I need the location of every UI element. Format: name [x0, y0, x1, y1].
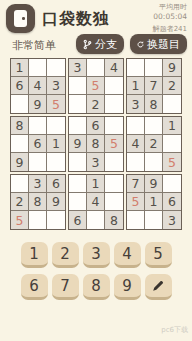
cell-r7c7[interactable]: 7	[127, 175, 145, 193]
cell-r1c7[interactable]	[127, 59, 145, 77]
refresh-icon	[137, 39, 144, 50]
cell-r8c5[interactable]: 4	[87, 193, 105, 211]
cell-r1c3[interactable]	[47, 59, 65, 77]
difficulty-label: 非常简单	[12, 38, 56, 53]
cell-r2c2[interactable]: 4	[29, 77, 47, 95]
cell-r7c4[interactable]	[69, 175, 87, 193]
cell-r8c7[interactable]: 5	[127, 193, 145, 211]
cell-r1c9[interactable]: 9	[163, 59, 181, 77]
cell-r5c4[interactable]: 9	[69, 135, 87, 153]
numpad-button-3[interactable]: 3	[83, 242, 110, 268]
box-1-3: 917238	[126, 58, 182, 114]
cell-r7c8[interactable]: 9	[145, 175, 163, 193]
numpad-button-6[interactable]: 6	[21, 274, 48, 300]
cell-r7c3[interactable]: 6	[47, 175, 65, 193]
cell-r2c1[interactable]: 6	[11, 77, 29, 95]
page-title: 口袋数独	[40, 9, 112, 30]
stats-block: 平均用时 00:05:04 解题者241	[153, 3, 187, 34]
cell-r3c3[interactable]: 5	[47, 95, 65, 113]
numpad-button-7[interactable]: 7	[52, 274, 79, 300]
cell-r5c9[interactable]	[163, 135, 181, 153]
sudoku-board: 1643953452917238861969853142536289514687…	[10, 58, 182, 230]
box-1-2: 3452	[68, 58, 124, 114]
cell-r3c2[interactable]: 9	[29, 95, 47, 113]
cell-r9c7[interactable]	[127, 211, 145, 229]
cell-r6c7[interactable]	[127, 153, 145, 171]
cell-r2c7[interactable]: 1	[127, 77, 145, 95]
cell-r9c9[interactable]: 3	[163, 211, 181, 229]
cell-r4c2[interactable]	[29, 117, 47, 135]
cell-r6c5[interactable]: 3	[87, 153, 105, 171]
cell-r4c1[interactable]: 8	[11, 117, 29, 135]
box-2-3: 1425	[126, 116, 182, 172]
box-1-1: 164395	[10, 58, 66, 114]
cell-r1c2[interactable]	[29, 59, 47, 77]
cell-r7c2[interactable]: 3	[29, 175, 47, 193]
cell-r5c7[interactable]: 4	[127, 135, 145, 153]
change-puzzle-label: 换题目	[147, 37, 180, 52]
numpad-button-5[interactable]: 5	[145, 242, 172, 268]
cell-r9c8[interactable]	[145, 211, 163, 229]
cell-r9c3[interactable]	[47, 211, 65, 229]
cell-r5c2[interactable]: 6	[29, 135, 47, 153]
branch-button[interactable]: 分支	[76, 34, 124, 54]
cell-r6c1[interactable]: 9	[11, 153, 29, 171]
box-2-1: 8619	[10, 116, 66, 172]
box-3-3: 795163	[126, 174, 182, 230]
branch-icon	[83, 39, 92, 50]
numpad-button-2[interactable]: 2	[52, 242, 79, 268]
watermark: pc6下载	[161, 325, 188, 335]
cell-r5c1[interactable]	[11, 135, 29, 153]
cell-r9c4[interactable]: 6	[69, 211, 87, 229]
cell-r1c8[interactable]	[145, 59, 163, 77]
branch-label: 分支	[95, 37, 117, 52]
cell-r2c8[interactable]: 7	[145, 77, 163, 95]
cell-r4c6[interactable]	[105, 117, 123, 135]
cell-r6c4[interactable]	[69, 153, 87, 171]
numpad-button-9[interactable]: 9	[114, 274, 141, 300]
cell-r1c4[interactable]: 3	[69, 59, 87, 77]
cell-r7c9[interactable]	[163, 175, 181, 193]
cell-r1c6[interactable]: 4	[105, 59, 123, 77]
avg-time-value: 00:05:04	[153, 12, 187, 21]
cell-r3c5[interactable]: 2	[87, 95, 105, 113]
cell-r8c9[interactable]: 6	[163, 193, 181, 211]
pencil-icon	[151, 279, 165, 293]
cell-r7c1[interactable]	[11, 175, 29, 193]
cell-r6c9[interactable]: 5	[163, 153, 181, 171]
numpad-button-1[interactable]: 1	[21, 242, 48, 268]
pencil-button[interactable]	[145, 274, 172, 300]
cell-r5c8[interactable]: 2	[145, 135, 163, 153]
cell-r4c9[interactable]: 1	[163, 117, 181, 135]
cell-r2c3[interactable]: 3	[47, 77, 65, 95]
cell-r8c1[interactable]: 2	[11, 193, 29, 211]
sudoku-app: 口袋数独 平均用时 00:05:04 解题者241 非常简单 分支 换题目 16…	[0, 0, 192, 341]
exit-button[interactable]	[6, 4, 35, 33]
numpad-row-1: 12345	[21, 242, 172, 268]
door-icon	[14, 10, 27, 27]
change-puzzle-button[interactable]: 换题目	[130, 34, 187, 54]
cell-r3c7[interactable]: 3	[127, 95, 145, 113]
cell-r9c2[interactable]	[29, 211, 47, 229]
cell-r4c8[interactable]	[145, 117, 163, 135]
cell-r2c6[interactable]	[105, 77, 123, 95]
cell-r8c8[interactable]: 1	[145, 193, 163, 211]
cell-r4c3[interactable]	[47, 117, 65, 135]
cell-r1c5[interactable]	[87, 59, 105, 77]
cell-r2c5[interactable]: 5	[87, 77, 105, 95]
avg-time-label: 平均用时	[153, 3, 187, 12]
cell-r8c3[interactable]: 9	[47, 193, 65, 211]
cell-r4c5[interactable]: 6	[87, 117, 105, 135]
numpad-row-2: 6789	[21, 274, 172, 300]
cell-r7c5[interactable]: 1	[87, 175, 105, 193]
cell-r5c5[interactable]: 8	[87, 135, 105, 153]
cell-r8c6[interactable]	[105, 193, 123, 211]
cell-r9c1[interactable]: 5	[11, 211, 29, 229]
box-3-2: 1468	[68, 174, 124, 230]
cell-r8c4[interactable]	[69, 193, 87, 211]
cell-r6c8[interactable]	[145, 153, 163, 171]
numpad-button-4[interactable]: 4	[114, 242, 141, 268]
cell-r2c4[interactable]	[69, 77, 87, 95]
solvers-count: 解题者241	[153, 25, 187, 34]
cell-r3c9[interactable]	[163, 95, 181, 113]
cell-r1c1[interactable]: 1	[11, 59, 29, 77]
cell-r9c6[interactable]: 8	[105, 211, 123, 229]
box-3-1: 362895	[10, 174, 66, 230]
number-pad: 12345 6789	[0, 242, 192, 300]
cell-r4c7[interactable]	[127, 117, 145, 135]
cell-r3c1[interactable]	[11, 95, 29, 113]
cell-r9c5[interactable]	[87, 211, 105, 229]
cell-r3c4[interactable]	[69, 95, 87, 113]
cell-r2c9[interactable]: 2	[163, 77, 181, 95]
numpad-button-8[interactable]: 8	[83, 274, 110, 300]
cell-r4c4[interactable]	[69, 117, 87, 135]
cell-r6c6[interactable]	[105, 153, 123, 171]
box-2-2: 69853	[68, 116, 124, 172]
cell-r7c6[interactable]	[105, 175, 123, 193]
cell-r3c8[interactable]: 8	[145, 95, 163, 113]
cell-r3c6[interactable]	[105, 95, 123, 113]
cell-r5c3[interactable]: 1	[47, 135, 65, 153]
cell-r6c3[interactable]	[47, 153, 65, 171]
cell-r6c2[interactable]	[29, 153, 47, 171]
cell-r5c6[interactable]: 5	[105, 135, 123, 153]
cell-r8c2[interactable]: 8	[29, 193, 47, 211]
